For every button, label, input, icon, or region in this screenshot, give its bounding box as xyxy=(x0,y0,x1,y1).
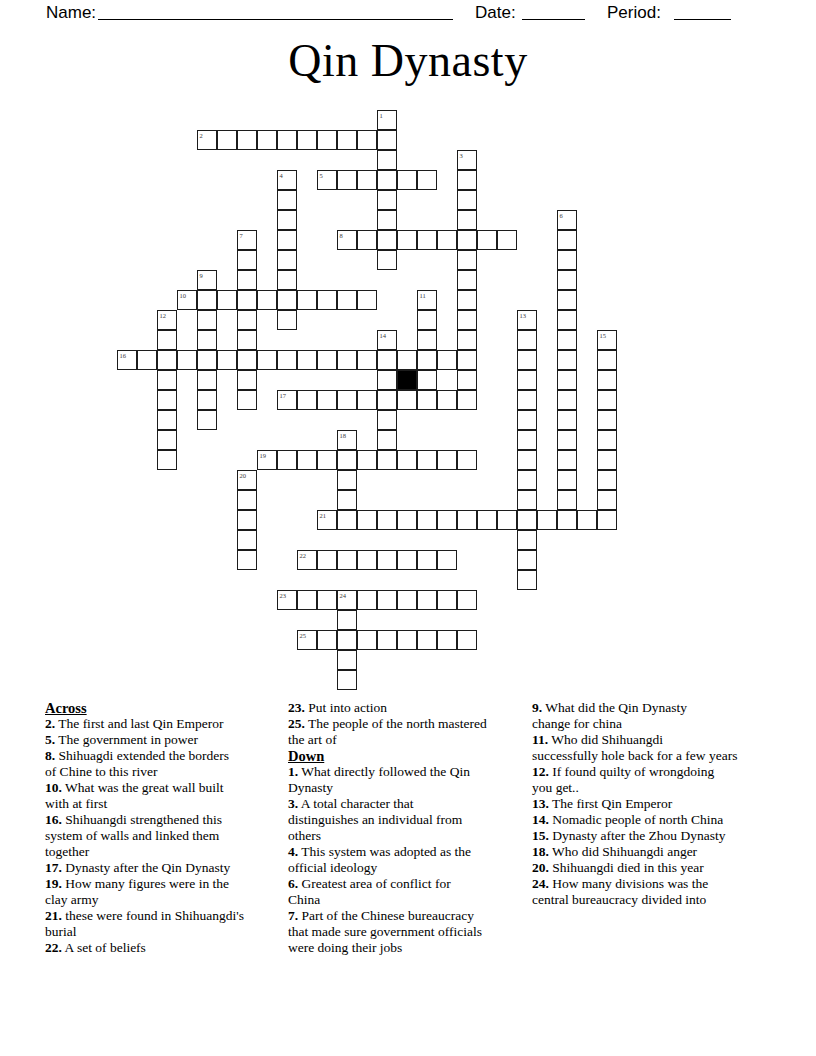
grid-cell xyxy=(337,170,357,190)
grid-cell: 3 xyxy=(457,150,477,170)
grid-cell xyxy=(397,170,417,190)
grid-cell xyxy=(437,510,457,530)
grid-cell xyxy=(517,450,537,470)
clue-across-10: 10 What was the great wall built with at… xyxy=(45,780,288,812)
grid-cell xyxy=(557,490,577,510)
grid-cell xyxy=(597,430,617,450)
grid-cell xyxy=(257,290,277,310)
grid-cell xyxy=(337,290,357,310)
grid-cell xyxy=(457,390,477,410)
grid-cell xyxy=(557,450,577,470)
clue-across-16: 16 Shihuangdi strengthened this system o… xyxy=(45,812,288,860)
grid-cell xyxy=(157,390,177,410)
grid-cell: 14 xyxy=(377,330,397,350)
grid-cell xyxy=(237,350,257,370)
grid-cell xyxy=(417,350,437,370)
period-blank-line xyxy=(674,19,731,20)
clue-number: 9 xyxy=(200,272,203,279)
clue-list-number: 25 xyxy=(288,716,305,731)
grid-cell xyxy=(517,390,537,410)
grid-cell xyxy=(377,410,397,430)
grid-cell xyxy=(557,310,577,330)
grid-cell xyxy=(417,170,437,190)
grid-cell: 9 xyxy=(197,270,217,290)
clue-down-20: 20 Shihuangdi died in this year xyxy=(532,860,782,876)
grid-cell xyxy=(397,630,417,650)
clue-list-number: 14 xyxy=(532,812,549,827)
grid-cell xyxy=(417,230,437,250)
grid-cell xyxy=(377,210,397,230)
grid-cell xyxy=(397,550,417,570)
clue-number: 22 xyxy=(300,552,307,559)
clue-text: What did the Qin Dynasty change for chin… xyxy=(532,700,687,731)
clue-down-7: 7 Part of the Chinese bureaucracy that m… xyxy=(288,908,532,956)
grid-cell xyxy=(517,510,537,530)
grid-cell xyxy=(417,390,437,410)
grid-cell xyxy=(437,550,457,570)
grid-cell xyxy=(257,350,277,370)
grid-cell xyxy=(337,610,357,630)
name-label: Name: xyxy=(46,3,96,23)
grid-cell: 11 xyxy=(417,290,437,310)
clue-across-5: 5 The government in power xyxy=(45,732,288,748)
grid-cell: 23 xyxy=(277,590,297,610)
grid-cell xyxy=(297,390,317,410)
grid-cell xyxy=(517,430,537,450)
grid-cell xyxy=(317,450,337,470)
grid-cell xyxy=(457,250,477,270)
grid-cell xyxy=(437,230,457,250)
grid-cell xyxy=(497,510,517,530)
grid-cell xyxy=(457,290,477,310)
clue-text: Put into action xyxy=(308,700,387,715)
grid-cell xyxy=(457,510,477,530)
page-title: Qin Dynasty xyxy=(0,34,816,87)
clue-text: Dynasty after the Zhou Dynasty xyxy=(552,828,725,843)
grid-cell xyxy=(517,550,537,570)
grid-cell: 18 xyxy=(337,430,357,450)
grid-cell xyxy=(297,590,317,610)
grid-cell xyxy=(337,630,357,650)
grid-cell xyxy=(457,370,477,390)
grid-cell xyxy=(357,550,377,570)
grid-cell xyxy=(597,490,617,510)
clue-number: 12 xyxy=(160,312,167,319)
grid-cell xyxy=(457,630,477,650)
clue-down-14: 14 Nomadic people of north China xyxy=(532,812,782,828)
grid-cell: 6 xyxy=(557,210,577,230)
clue-down-15: 15 Dynasty after the Zhou Dynasty xyxy=(532,828,782,844)
grid-cell xyxy=(297,450,317,470)
grid-cell xyxy=(197,410,217,430)
clue-number: 3 xyxy=(460,152,463,159)
grid-cell xyxy=(517,350,537,370)
clue-text: Who did Shihuangdi successfully hole bac… xyxy=(532,732,737,763)
grid-cell xyxy=(377,590,397,610)
grid-cell xyxy=(457,310,477,330)
grid-cell xyxy=(557,470,577,490)
grid-cell xyxy=(517,570,537,590)
grid-cell xyxy=(357,630,377,650)
grid-cell xyxy=(277,130,297,150)
grid-cell xyxy=(277,270,297,290)
grid-cell xyxy=(477,510,497,530)
clue-list-number: 20 xyxy=(532,860,549,875)
clue-across-19: 19 How many figures were in the clay arm… xyxy=(45,876,288,908)
grid-cell xyxy=(377,190,397,210)
clue-text: How many divisions was the central burea… xyxy=(532,876,708,907)
grid-cell xyxy=(197,310,217,330)
grid-cell xyxy=(397,510,417,530)
grid-cell xyxy=(377,150,397,170)
grid-cell xyxy=(217,350,237,370)
grid-cell: 22 xyxy=(297,550,317,570)
clue-list-number: 10 xyxy=(45,780,62,795)
grid-cell xyxy=(277,210,297,230)
grid-cell xyxy=(357,170,377,190)
black-cell xyxy=(397,370,417,390)
grid-cell xyxy=(417,330,437,350)
grid-cell xyxy=(557,410,577,430)
grid-cell xyxy=(357,390,377,410)
grid-cell xyxy=(237,250,257,270)
clue-down-3: 3 A total character that distinguishes a… xyxy=(288,796,532,844)
clue-list-number: 21 xyxy=(45,908,62,923)
clue-down-11: 11 Who did Shihuangdi successfully hole … xyxy=(532,732,782,764)
grid-cell xyxy=(157,330,177,350)
clue-number: 4 xyxy=(280,172,283,179)
clue-list-number: 9 xyxy=(532,700,542,715)
grid-cell xyxy=(337,490,357,510)
grid-cell xyxy=(557,370,577,390)
clue-text: Who did Shihuangdi anger xyxy=(552,844,697,859)
clue-text: A set of beliefs xyxy=(65,940,146,955)
clue-list-number: 13 xyxy=(532,796,549,811)
grid-cell xyxy=(457,330,477,350)
grid-cell xyxy=(377,230,397,250)
grid-cell: 21 xyxy=(317,510,337,530)
period-label: Period: xyxy=(607,3,661,23)
clue-text: What directly followed the Qin Dynasty xyxy=(288,764,470,795)
grid-cell xyxy=(457,210,477,230)
grid-cell xyxy=(597,390,617,410)
clue-down-12: 12 If found quilty of wrongdoing you get… xyxy=(532,764,782,796)
grid-cell xyxy=(237,490,257,510)
grid-cell xyxy=(317,390,337,410)
clue-across-23: 23 Put into action xyxy=(288,700,532,716)
grid-cell xyxy=(317,590,337,610)
grid-cell xyxy=(377,250,397,270)
grid-cell xyxy=(237,530,257,550)
grid-cell xyxy=(197,330,217,350)
grid-cell xyxy=(237,290,257,310)
grid-cell xyxy=(557,230,577,250)
grid-cell xyxy=(157,450,177,470)
grid-cell xyxy=(457,450,477,470)
grid-cell xyxy=(557,270,577,290)
grid-cell xyxy=(277,450,297,470)
grid-cell xyxy=(517,490,537,510)
grid-cell xyxy=(557,250,577,270)
grid-cell xyxy=(557,350,577,370)
grid-cell xyxy=(337,390,357,410)
grid-cell xyxy=(517,410,537,430)
grid-cell xyxy=(337,550,357,570)
clue-number: 21 xyxy=(320,512,327,519)
grid-cell: 2 xyxy=(197,130,217,150)
clue-column-2: 23 Put into action25 The people of the n… xyxy=(288,700,532,956)
crossword-grid: 1234567891011121314151617181920212223242… xyxy=(117,110,617,690)
grid-cell xyxy=(197,290,217,310)
grid-cell xyxy=(437,350,457,370)
clue-text: Nomadic people of north China xyxy=(552,812,723,827)
grid-cell xyxy=(197,390,217,410)
clue-text: If found quilty of wrongdoing you get.. xyxy=(532,764,714,795)
grid-cell: 13 xyxy=(517,310,537,330)
clue-list-number: 15 xyxy=(532,828,549,843)
grid-cell xyxy=(297,130,317,150)
grid-cell xyxy=(357,130,377,150)
grid-cell xyxy=(377,630,397,650)
grid-cell xyxy=(277,250,297,270)
clue-list-number: 7 xyxy=(288,908,298,923)
grid-cell xyxy=(237,510,257,530)
clue-text: The government in power xyxy=(58,732,198,747)
clue-number: 14 xyxy=(380,332,387,339)
clue-text: Part of the Chinese bureaucracy that mad… xyxy=(288,908,482,955)
across-heading: Across xyxy=(45,700,288,716)
grid-cell xyxy=(217,290,237,310)
clue-text: Greatest area of conflict for China xyxy=(288,876,451,907)
grid-cell: 17 xyxy=(277,390,297,410)
grid-cell xyxy=(537,510,557,530)
grid-cell xyxy=(557,290,577,310)
clue-number: 15 xyxy=(600,332,607,339)
grid-cell xyxy=(277,230,297,250)
grid-cell xyxy=(377,350,397,370)
grid-cell xyxy=(317,130,337,150)
clue-across-25: 25 The people of the north mastered the … xyxy=(288,716,532,748)
grid-cell: 10 xyxy=(177,290,197,310)
grid-cell xyxy=(237,550,257,570)
clue-number: 5 xyxy=(320,172,323,179)
clue-number: 18 xyxy=(340,432,347,439)
clue-column-1: Across2 The first and last Qin Emperor5 … xyxy=(45,700,288,956)
clue-list-number: 6 xyxy=(288,876,298,891)
clue-text: This system was adopted as the official … xyxy=(288,844,471,875)
clue-text: How many figures were in the clay army xyxy=(45,876,229,907)
grid-cell xyxy=(317,630,337,650)
grid-cell xyxy=(157,430,177,450)
grid-cell xyxy=(337,130,357,150)
grid-cell xyxy=(377,390,397,410)
clue-across-8: 8 Shihuagdi extended the borders of Chin… xyxy=(45,748,288,780)
grid-cell xyxy=(197,370,217,390)
grid-cell xyxy=(397,230,417,250)
clue-list-number: 8 xyxy=(45,748,55,763)
grid-cell xyxy=(337,450,357,470)
clue-number: 13 xyxy=(520,312,527,319)
clue-down-24: 24 How many divisions was the central bu… xyxy=(532,876,782,908)
grid-cell xyxy=(397,450,417,470)
clue-number: 7 xyxy=(240,232,243,239)
grid-cell xyxy=(517,330,537,350)
grid-cell xyxy=(377,130,397,150)
grid-cell xyxy=(377,370,397,390)
grid-cell xyxy=(357,290,377,310)
clue-text: The first Qin Emperor xyxy=(552,796,672,811)
grid-cell xyxy=(277,290,297,310)
clue-down-18: 18 Who did Shihuangdi anger xyxy=(532,844,782,860)
name-blank-line xyxy=(98,19,453,20)
clue-list-number: 24 xyxy=(532,876,549,891)
grid-cell xyxy=(337,670,357,690)
grid-cell xyxy=(457,190,477,210)
clue-list-number: 23 xyxy=(288,700,305,715)
grid-cell xyxy=(217,130,237,150)
clue-list-number: 18 xyxy=(532,844,549,859)
grid-cell xyxy=(437,590,457,610)
grid-cell: 25 xyxy=(297,630,317,650)
clue-list-number: 16 xyxy=(45,812,62,827)
clue-across-2: 2 The first and last Qin Emperor xyxy=(45,716,288,732)
grid-cell xyxy=(437,450,457,470)
clue-down-13: 13 The first Qin Emperor xyxy=(532,796,782,812)
clue-text: Shihuangdi strengthened this system of w… xyxy=(45,812,222,859)
clue-list-number: 19 xyxy=(45,876,62,891)
grid-cell xyxy=(317,350,337,370)
grid-cell xyxy=(557,510,577,530)
clue-text: Dynasty after the Qin Dynasty xyxy=(65,860,230,875)
clue-list-number: 22 xyxy=(45,940,62,955)
grid-cell xyxy=(157,350,177,370)
grid-cell xyxy=(157,370,177,390)
down-heading: Down xyxy=(288,748,532,764)
grid-cell xyxy=(377,550,397,570)
grid-cell xyxy=(597,510,617,530)
grid-cell xyxy=(517,370,537,390)
clue-number: 16 xyxy=(120,352,127,359)
grid-cell xyxy=(317,290,337,310)
grid-cell xyxy=(457,170,477,190)
grid-cell xyxy=(377,430,397,450)
clue-number: 6 xyxy=(560,212,563,219)
grid-cell xyxy=(297,290,317,310)
grid-cell xyxy=(337,510,357,530)
clue-text: What was the great wall built with at fi… xyxy=(45,780,224,811)
grid-cell: 24 xyxy=(337,590,357,610)
grid-cell: 15 xyxy=(597,330,617,350)
grid-cell: 1 xyxy=(377,110,397,130)
grid-cell xyxy=(377,450,397,470)
grid-cell xyxy=(477,230,497,250)
grid-cell xyxy=(417,590,437,610)
clue-list-number: 11 xyxy=(532,732,548,747)
grid-cell xyxy=(337,470,357,490)
clue-list-number: 4 xyxy=(288,844,298,859)
grid-cell xyxy=(497,230,517,250)
grid-cell xyxy=(357,230,377,250)
grid-cell xyxy=(597,350,617,370)
clue-list-number: 17 xyxy=(45,860,62,875)
clue-text: Shihuangdi died in this year xyxy=(552,860,703,875)
grid-cell xyxy=(597,370,617,390)
grid-cell xyxy=(257,130,277,150)
clue-number: 17 xyxy=(280,392,287,399)
grid-cell xyxy=(237,390,257,410)
grid-cell: 5 xyxy=(317,170,337,190)
clue-number: 2 xyxy=(200,132,203,139)
clue-number: 25 xyxy=(300,632,307,639)
grid-cell xyxy=(377,170,397,190)
grid-cell xyxy=(237,310,257,330)
grid-cell xyxy=(417,370,437,390)
clue-number: 23 xyxy=(280,592,287,599)
clue-list-number: 12 xyxy=(532,764,549,779)
grid-cell xyxy=(457,230,477,250)
grid-cell: 16 xyxy=(117,350,137,370)
grid-cell xyxy=(357,350,377,370)
grid-cell xyxy=(557,330,577,350)
clue-text: The first and last Qin Emperor xyxy=(58,716,223,731)
grid-cell xyxy=(297,350,317,370)
clue-list-number: 1 xyxy=(288,764,298,779)
grid-cell xyxy=(417,510,437,530)
grid-cell xyxy=(417,630,437,650)
grid-cell xyxy=(577,510,597,530)
grid-cell xyxy=(457,350,477,370)
grid-cell xyxy=(357,510,377,530)
clue-text: The people of the north mastered the art… xyxy=(288,716,487,747)
grid-cell xyxy=(157,410,177,430)
grid-cell xyxy=(457,270,477,290)
clue-list-number: 5 xyxy=(45,732,55,747)
grid-cell xyxy=(337,350,357,370)
clue-across-17: 17 Dynasty after the Qin Dynasty xyxy=(45,860,288,876)
clue-column-3: 9 What did the Qin Dynasty change for ch… xyxy=(532,700,782,908)
clue-across-21: 21 these were found in Shihuangdi's buri… xyxy=(45,908,288,940)
clue-number: 20 xyxy=(240,472,247,479)
grid-cell xyxy=(557,430,577,450)
clue-number: 24 xyxy=(340,592,347,599)
grid-cell xyxy=(517,530,537,550)
grid-cell xyxy=(357,590,377,610)
clue-down-6: 6 Greatest area of conflict for China xyxy=(288,876,532,908)
grid-cell xyxy=(437,630,457,650)
clue-down-1: 1 What directly followed the Qin Dynasty xyxy=(288,764,532,796)
grid-cell xyxy=(377,510,397,530)
grid-cell xyxy=(417,310,437,330)
grid-cell: 4 xyxy=(277,170,297,190)
grid-cell xyxy=(237,130,257,150)
grid-cell xyxy=(417,450,437,470)
clue-down-4: 4 This system was adopted as the officia… xyxy=(288,844,532,876)
grid-cell: 12 xyxy=(157,310,177,330)
grid-cell xyxy=(557,390,577,410)
clue-text: A total character that distinguishes an … xyxy=(288,796,462,843)
grid-cell xyxy=(417,550,437,570)
grid-cell xyxy=(137,350,157,370)
clue-text: Shihuagdi extended the borders of Chine … xyxy=(45,748,229,779)
grid-cell xyxy=(397,350,417,370)
clue-list-number: 3 xyxy=(288,796,298,811)
grid-cell xyxy=(197,350,217,370)
grid-cell xyxy=(237,330,257,350)
grid-cell xyxy=(177,350,197,370)
grid-cell xyxy=(277,350,297,370)
grid-cell xyxy=(237,270,257,290)
grid-cell xyxy=(277,310,297,330)
